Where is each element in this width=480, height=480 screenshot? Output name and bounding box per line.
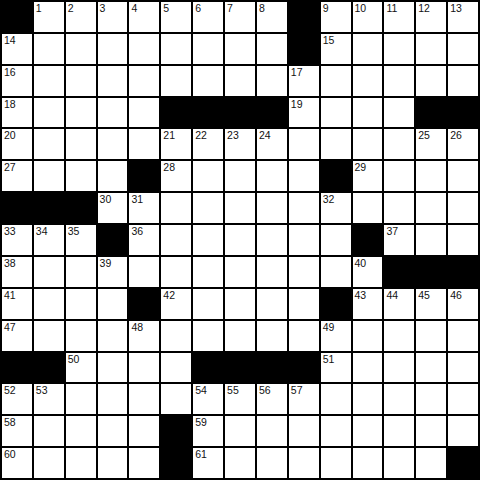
white-cell[interactable]: 49	[321, 321, 351, 351]
clue-number: 49	[323, 321, 335, 333]
clue-number: 29	[355, 161, 367, 173]
white-cell[interactable]: 47	[2, 321, 32, 351]
white-cell[interactable]	[66, 448, 96, 478]
clue-number: 1	[36, 2, 42, 14]
white-cell[interactable]	[257, 34, 287, 64]
white-cell[interactable]: 38	[2, 257, 32, 287]
clue-number: 23	[227, 129, 239, 141]
white-cell[interactable]: 39	[98, 257, 128, 287]
white-cell[interactable]	[321, 257, 351, 287]
white-cell[interactable]: 29	[353, 161, 383, 191]
white-cell[interactable]	[416, 34, 446, 64]
white-cell[interactable]	[448, 321, 478, 351]
clue-number: 30	[100, 193, 112, 205]
clue-number: 34	[36, 225, 48, 237]
white-cell[interactable]	[161, 34, 191, 64]
white-cell[interactable]	[321, 416, 351, 446]
white-cell[interactable]: 59	[193, 416, 223, 446]
white-cell[interactable]	[257, 257, 287, 287]
white-cell[interactable]	[448, 161, 478, 191]
white-cell[interactable]	[448, 416, 478, 446]
clue-number: 36	[131, 225, 143, 237]
clue-number: 50	[68, 353, 80, 365]
white-cell[interactable]	[66, 129, 96, 159]
white-cell[interactable]	[416, 66, 446, 96]
clue-number: 33	[4, 225, 16, 237]
white-cell[interactable]	[225, 448, 255, 478]
white-cell[interactable]	[353, 321, 383, 351]
white-cell[interactable]	[225, 225, 255, 255]
white-cell[interactable]	[34, 448, 64, 478]
white-cell[interactable]	[384, 321, 414, 351]
black-square	[66, 193, 96, 223]
white-cell[interactable]	[98, 129, 128, 159]
clue-number: 27	[4, 161, 16, 173]
white-cell[interactable]: 50	[66, 353, 96, 383]
white-cell[interactable]: 40	[353, 257, 383, 287]
white-cell[interactable]	[384, 416, 414, 446]
clue-number: 3	[100, 2, 106, 14]
white-cell[interactable]	[193, 321, 223, 351]
clue-number: 61	[195, 448, 207, 460]
white-cell[interactable]	[193, 66, 223, 96]
white-cell[interactable]: 3	[98, 2, 128, 32]
white-cell[interactable]	[416, 416, 446, 446]
white-cell[interactable]	[289, 225, 319, 255]
white-cell[interactable]	[225, 161, 255, 191]
white-cell[interactable]: 15	[321, 34, 351, 64]
clue-number: 52	[4, 384, 16, 396]
white-cell[interactable]	[98, 161, 128, 191]
black-square	[34, 353, 64, 383]
clue-number: 16	[4, 66, 16, 78]
white-cell[interactable]	[448, 34, 478, 64]
white-cell[interactable]	[34, 289, 64, 319]
white-cell[interactable]	[289, 289, 319, 319]
clue-number: 18	[4, 98, 16, 110]
white-cell[interactable]	[193, 225, 223, 255]
clue-number: 57	[291, 384, 303, 396]
black-square	[193, 98, 223, 128]
black-square	[384, 257, 414, 287]
black-square	[98, 225, 128, 255]
white-cell[interactable]: 2	[66, 2, 96, 32]
white-cell[interactable]	[289, 129, 319, 159]
white-cell[interactable]	[353, 448, 383, 478]
white-cell[interactable]	[225, 289, 255, 319]
white-cell[interactable]	[416, 353, 446, 383]
white-cell[interactable]: 52	[2, 384, 32, 414]
clue-number: 2	[68, 2, 74, 14]
white-cell[interactable]	[384, 66, 414, 96]
white-cell[interactable]: 41	[2, 289, 32, 319]
white-cell[interactable]	[66, 98, 96, 128]
clue-number: 13	[450, 2, 462, 14]
white-cell[interactable]	[66, 34, 96, 64]
white-cell[interactable]	[257, 161, 287, 191]
clue-number: 15	[323, 34, 335, 46]
white-cell[interactable]: 61	[193, 448, 223, 478]
white-cell[interactable]	[384, 161, 414, 191]
clue-number: 48	[131, 321, 143, 333]
white-cell[interactable]	[321, 384, 351, 414]
white-cell[interactable]: 4	[129, 2, 159, 32]
white-cell[interactable]: 27	[2, 161, 32, 191]
clue-number: 39	[100, 257, 112, 269]
white-cell[interactable]	[353, 384, 383, 414]
white-cell[interactable]	[225, 416, 255, 446]
white-cell[interactable]: 54	[193, 384, 223, 414]
clue-number: 41	[4, 289, 16, 301]
white-cell[interactable]: 60	[2, 448, 32, 478]
clue-number: 20	[4, 129, 16, 141]
clue-number: 4	[131, 2, 137, 14]
white-cell[interactable]	[225, 193, 255, 223]
white-cell[interactable]	[384, 448, 414, 478]
white-cell[interactable]	[353, 193, 383, 223]
black-square	[2, 193, 32, 223]
white-cell[interactable]: 31	[129, 193, 159, 223]
white-cell[interactable]	[34, 66, 64, 96]
white-cell[interactable]	[416, 448, 446, 478]
clue-number: 24	[259, 129, 271, 141]
white-cell[interactable]	[321, 448, 351, 478]
clue-number: 26	[450, 129, 462, 141]
white-cell[interactable]	[384, 98, 414, 128]
white-cell[interactable]	[193, 257, 223, 287]
white-cell[interactable]: 6	[193, 2, 223, 32]
clue-number: 47	[4, 321, 16, 333]
white-cell[interactable]	[257, 416, 287, 446]
black-square	[257, 98, 287, 128]
white-cell[interactable]: 18	[2, 98, 32, 128]
white-cell[interactable]: 56	[257, 384, 287, 414]
white-cell[interactable]	[384, 129, 414, 159]
white-cell[interactable]: 34	[34, 225, 64, 255]
white-cell[interactable]	[66, 66, 96, 96]
white-cell[interactable]	[129, 448, 159, 478]
white-cell[interactable]	[289, 161, 319, 191]
white-cell[interactable]	[289, 257, 319, 287]
white-cell[interactable]: 11	[384, 2, 414, 32]
white-cell[interactable]: 57	[289, 384, 319, 414]
white-cell[interactable]: 8	[257, 2, 287, 32]
white-cell[interactable]: 48	[129, 321, 159, 351]
white-cell[interactable]	[448, 353, 478, 383]
clue-number: 9	[323, 2, 329, 14]
white-cell[interactable]	[384, 353, 414, 383]
white-cell[interactable]	[353, 66, 383, 96]
clue-number: 37	[386, 225, 398, 237]
clue-number: 46	[450, 289, 462, 301]
white-cell[interactable]: 21	[161, 129, 191, 159]
white-cell[interactable]	[34, 98, 64, 128]
white-cell[interactable]	[384, 193, 414, 223]
white-cell[interactable]	[257, 448, 287, 478]
white-cell[interactable]: 25	[416, 129, 446, 159]
black-square	[129, 289, 159, 319]
white-cell[interactable]: 51	[321, 353, 351, 383]
white-cell[interactable]: 23	[225, 129, 255, 159]
black-square	[129, 161, 159, 191]
white-cell[interactable]	[161, 257, 191, 287]
white-cell[interactable]: 24	[257, 129, 287, 159]
black-square	[321, 289, 351, 319]
clue-number: 22	[195, 129, 207, 141]
white-cell[interactable]: 36	[129, 225, 159, 255]
clue-number: 38	[4, 257, 16, 269]
white-cell[interactable]	[129, 257, 159, 287]
white-cell[interactable]	[225, 257, 255, 287]
black-square	[289, 353, 319, 383]
white-cell[interactable]	[289, 448, 319, 478]
white-cell[interactable]	[353, 34, 383, 64]
black-square	[257, 353, 287, 383]
crossword-grid: 1234567891011121314151617181920212223242…	[0, 0, 480, 480]
white-cell[interactable]: 46	[448, 289, 478, 319]
white-cell[interactable]: 9	[321, 2, 351, 32]
white-cell[interactable]	[98, 289, 128, 319]
white-cell[interactable]: 17	[289, 66, 319, 96]
white-cell[interactable]: 12	[416, 2, 446, 32]
black-square	[448, 257, 478, 287]
white-cell[interactable]	[193, 34, 223, 64]
white-cell[interactable]	[193, 161, 223, 191]
white-cell[interactable]	[161, 193, 191, 223]
white-cell[interactable]	[193, 289, 223, 319]
white-cell[interactable]: 22	[193, 129, 223, 159]
clue-number: 8	[259, 2, 265, 14]
white-cell[interactable]	[321, 225, 351, 255]
clue-number: 43	[355, 289, 367, 301]
white-cell[interactable]	[321, 129, 351, 159]
white-cell[interactable]	[98, 448, 128, 478]
white-cell[interactable]: 26	[448, 129, 478, 159]
white-cell[interactable]	[66, 416, 96, 446]
clue-number: 44	[386, 289, 398, 301]
black-square	[289, 2, 319, 32]
white-cell[interactable]	[257, 193, 287, 223]
black-square	[448, 448, 478, 478]
white-cell[interactable]	[98, 98, 128, 128]
white-cell[interactable]	[257, 66, 287, 96]
black-square	[321, 161, 351, 191]
white-cell[interactable]: 13	[448, 2, 478, 32]
white-cell[interactable]	[66, 161, 96, 191]
white-cell[interactable]: 53	[34, 384, 64, 414]
white-cell[interactable]	[353, 98, 383, 128]
white-cell[interactable]	[129, 98, 159, 128]
white-cell[interactable]	[34, 129, 64, 159]
white-cell[interactable]	[353, 416, 383, 446]
white-cell[interactable]	[98, 66, 128, 96]
clue-number: 31	[131, 193, 143, 205]
clue-number: 42	[163, 289, 175, 301]
white-cell[interactable]	[257, 225, 287, 255]
white-cell[interactable]	[98, 34, 128, 64]
white-cell[interactable]	[34, 257, 64, 287]
white-cell[interactable]	[129, 416, 159, 446]
clue-number: 11	[386, 2, 397, 14]
black-square	[353, 225, 383, 255]
white-cell[interactable]: 37	[384, 225, 414, 255]
clue-number: 7	[227, 2, 233, 14]
white-cell[interactable]: 44	[384, 289, 414, 319]
black-square	[161, 416, 191, 446]
clue-number: 35	[68, 225, 80, 237]
clue-number: 51	[323, 353, 335, 365]
white-cell[interactable]: 1	[34, 2, 64, 32]
white-cell[interactable]	[66, 257, 96, 287]
black-square	[289, 34, 319, 64]
white-cell[interactable]	[193, 193, 223, 223]
clue-number: 12	[418, 2, 430, 14]
black-square	[193, 353, 223, 383]
clue-number: 28	[163, 161, 175, 173]
white-cell[interactable]: 35	[66, 225, 96, 255]
clue-number: 17	[291, 66, 303, 78]
white-cell[interactable]	[98, 384, 128, 414]
white-cell[interactable]: 55	[225, 384, 255, 414]
white-cell[interactable]: 19	[289, 98, 319, 128]
black-square	[161, 98, 191, 128]
white-cell[interactable]	[161, 384, 191, 414]
white-cell[interactable]	[66, 384, 96, 414]
white-cell[interactable]: 10	[353, 2, 383, 32]
white-cell[interactable]	[448, 225, 478, 255]
white-cell[interactable]	[321, 66, 351, 96]
white-cell[interactable]	[289, 193, 319, 223]
white-cell[interactable]	[448, 66, 478, 96]
white-cell[interactable]	[161, 66, 191, 96]
white-cell[interactable]	[129, 129, 159, 159]
white-cell[interactable]	[416, 161, 446, 191]
white-cell[interactable]	[98, 353, 128, 383]
white-cell[interactable]	[289, 416, 319, 446]
white-cell[interactable]	[34, 321, 64, 351]
white-cell[interactable]	[225, 34, 255, 64]
white-cell[interactable]	[416, 225, 446, 255]
white-cell[interactable]	[353, 353, 383, 383]
white-cell[interactable]: 45	[416, 289, 446, 319]
clue-number: 40	[355, 257, 367, 269]
white-cell[interactable]	[66, 289, 96, 319]
white-cell[interactable]: 43	[353, 289, 383, 319]
white-cell[interactable]	[384, 384, 414, 414]
white-cell[interactable]	[448, 193, 478, 223]
white-cell[interactable]	[416, 193, 446, 223]
white-cell[interactable]: 5	[161, 2, 191, 32]
black-square	[34, 193, 64, 223]
black-square	[2, 353, 32, 383]
white-cell[interactable]	[98, 416, 128, 446]
white-cell[interactable]	[129, 384, 159, 414]
clue-number: 53	[36, 384, 48, 396]
white-cell[interactable]	[353, 129, 383, 159]
white-cell[interactable]	[129, 353, 159, 383]
white-cell[interactable]	[34, 161, 64, 191]
black-square	[448, 98, 478, 128]
clue-number: 19	[291, 98, 303, 110]
white-cell[interactable]: 32	[321, 193, 351, 223]
white-cell[interactable]	[289, 321, 319, 351]
black-square	[416, 98, 446, 128]
white-cell[interactable]: 16	[2, 66, 32, 96]
white-cell[interactable]: 42	[161, 289, 191, 319]
white-cell[interactable]: 7	[225, 2, 255, 32]
white-cell[interactable]: 30	[98, 193, 128, 223]
clue-number: 6	[195, 2, 201, 14]
clue-number: 21	[163, 129, 175, 141]
clue-number: 55	[227, 384, 239, 396]
white-cell[interactable]	[161, 225, 191, 255]
white-cell[interactable]: 28	[161, 161, 191, 191]
black-square	[416, 257, 446, 287]
clue-number: 58	[4, 416, 16, 428]
black-square	[225, 353, 255, 383]
white-cell[interactable]	[416, 384, 446, 414]
black-square	[161, 448, 191, 478]
white-cell[interactable]: 33	[2, 225, 32, 255]
white-cell[interactable]	[448, 384, 478, 414]
clue-number: 32	[323, 193, 335, 205]
white-cell[interactable]	[161, 321, 191, 351]
white-cell[interactable]	[34, 34, 64, 64]
clue-number: 25	[418, 129, 430, 141]
white-cell[interactable]	[321, 98, 351, 128]
white-cell[interactable]	[257, 321, 287, 351]
clue-number: 60	[4, 448, 16, 460]
clue-number: 14	[4, 34, 16, 46]
clue-number: 56	[259, 384, 271, 396]
white-cell[interactable]	[129, 34, 159, 64]
white-cell[interactable]	[225, 66, 255, 96]
white-cell[interactable]: 14	[2, 34, 32, 64]
white-cell[interactable]: 58	[2, 416, 32, 446]
black-square	[2, 2, 32, 32]
clue-number: 10	[355, 2, 367, 14]
clue-number: 54	[195, 384, 207, 396]
clue-number: 59	[195, 416, 207, 428]
white-cell[interactable]	[161, 353, 191, 383]
white-cell[interactable]	[129, 66, 159, 96]
white-cell[interactable]	[225, 321, 255, 351]
white-cell[interactable]	[66, 321, 96, 351]
white-cell[interactable]	[34, 416, 64, 446]
white-cell[interactable]	[384, 34, 414, 64]
clue-number: 45	[418, 289, 430, 301]
white-cell[interactable]	[257, 289, 287, 319]
black-square	[225, 98, 255, 128]
white-cell[interactable]	[416, 321, 446, 351]
white-cell[interactable]	[98, 321, 128, 351]
clue-number: 5	[163, 2, 169, 14]
white-cell[interactable]: 20	[2, 129, 32, 159]
